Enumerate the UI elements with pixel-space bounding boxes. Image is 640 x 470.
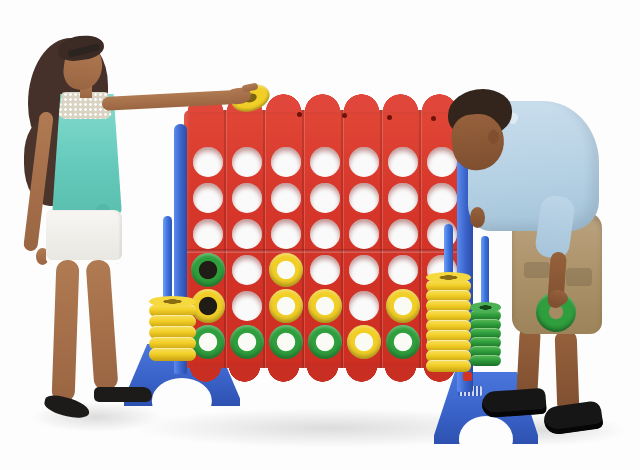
cargo-pocket <box>524 262 550 278</box>
cell-r5c3 <box>266 288 305 324</box>
disc-green <box>191 253 225 287</box>
hole <box>232 291 262 321</box>
held-green-disc <box>534 290 578 334</box>
girl-floor-shadow <box>30 402 164 432</box>
boy-forearm <box>547 252 567 309</box>
disc-yellow <box>347 325 381 359</box>
hole <box>232 183 262 213</box>
girl-hair-curls <box>24 118 78 206</box>
top-edge-hole <box>342 113 347 118</box>
top-edge-hole <box>431 116 436 121</box>
cell-r1c3 <box>266 144 305 180</box>
cell-r3c4 <box>305 216 344 252</box>
cell-r4c3 <box>266 252 305 288</box>
disc-yellow <box>269 253 303 287</box>
disc-green <box>230 325 264 359</box>
disc-yellow <box>269 289 303 323</box>
cargo-pocket <box>566 268 592 286</box>
girl-headband <box>68 43 101 58</box>
cell-r2c1 <box>188 180 227 216</box>
hole <box>349 255 379 285</box>
hole <box>310 219 340 249</box>
cell-r1c2 <box>227 144 266 180</box>
stack-top-face <box>426 272 471 283</box>
cell-r4c4 <box>305 252 344 288</box>
disc-green <box>269 325 303 359</box>
cell-r2c7 <box>422 180 461 216</box>
cell-r6c2 <box>227 324 266 360</box>
cell-r4c6 <box>383 252 422 288</box>
cell-r6c3 <box>266 324 305 360</box>
hole <box>271 219 301 249</box>
hole <box>271 147 301 177</box>
boy-collar <box>489 106 519 125</box>
hole <box>427 147 457 177</box>
right-leg-arch <box>459 416 513 462</box>
boy-shirt <box>468 101 599 231</box>
hole <box>388 183 418 213</box>
hole <box>388 147 418 177</box>
right-tray-yellow-stack <box>426 272 471 372</box>
board-bottom-scallops <box>186 366 459 382</box>
girl-fingers <box>241 82 258 92</box>
stack-top-face <box>149 296 196 307</box>
girl-neck <box>80 82 92 98</box>
board-grid <box>188 144 461 360</box>
disc-green <box>308 325 342 359</box>
girl-left-arm <box>23 111 54 252</box>
cell-r3c2 <box>227 216 266 252</box>
disc-yellow <box>308 289 342 323</box>
hole <box>193 147 223 177</box>
hole <box>310 147 340 177</box>
hole <box>271 183 301 213</box>
hole <box>427 183 457 213</box>
hole <box>310 183 340 213</box>
cell-r5c4 <box>305 288 344 324</box>
girl-head <box>61 42 105 93</box>
cell-r2c2 <box>227 180 266 216</box>
cell-r1c6 <box>383 144 422 180</box>
hole <box>349 291 379 321</box>
hole <box>349 183 379 213</box>
cell-r6c5 <box>344 324 383 360</box>
cell-r1c1 <box>188 144 227 180</box>
left-tray-yellow-stack <box>149 296 196 361</box>
cell-r2c6 <box>383 180 422 216</box>
boy-leg <box>555 330 580 415</box>
cell-r5c6 <box>383 288 422 324</box>
boy-cargo-shorts <box>512 212 602 334</box>
boy-ear <box>488 130 499 144</box>
product-photo-stage <box>0 0 640 470</box>
cell-r4c5 <box>344 252 383 288</box>
stack-top-face <box>470 302 501 313</box>
boy-sleeve <box>534 194 576 260</box>
hole <box>310 255 340 285</box>
right-back-tray-pole <box>481 236 489 312</box>
hole <box>349 219 379 249</box>
hole <box>193 219 223 249</box>
hole <box>193 183 223 213</box>
cell-r5c2 <box>227 288 266 324</box>
disc-green <box>386 325 420 359</box>
cell-r5c5 <box>344 288 383 324</box>
right-tray-green-stack <box>470 302 501 366</box>
left-tray-pole <box>163 216 172 306</box>
cell-r3c7 <box>422 216 461 252</box>
cell-r4c1 <box>188 252 227 288</box>
girl-tank-top <box>52 94 122 216</box>
right-aframe-leg <box>434 372 538 444</box>
cell-r2c5 <box>344 180 383 216</box>
hole <box>388 255 418 285</box>
hole <box>232 219 262 249</box>
hole <box>388 219 418 249</box>
green-tray-disc <box>470 355 501 366</box>
disc-yellow <box>386 289 420 323</box>
hole <box>232 255 262 285</box>
hole <box>232 147 262 177</box>
cell-r1c4 <box>305 144 344 180</box>
girl-left-hand <box>36 248 49 265</box>
cell-r4c2 <box>227 252 266 288</box>
girl-leg <box>85 259 118 390</box>
top-edge-hole <box>387 115 392 120</box>
red-clip <box>463 372 472 381</box>
girl-hair-fringe <box>57 33 106 63</box>
cell-r3c1 <box>188 216 227 252</box>
girl-leg <box>52 260 80 403</box>
girl-shorts <box>46 210 122 264</box>
cell-r6c6 <box>383 324 422 360</box>
yellow-tray-disc <box>426 360 471 372</box>
cell-r3c3 <box>266 216 305 252</box>
board-top-scallops <box>186 94 459 112</box>
hole <box>349 147 379 177</box>
cell-r2c4 <box>305 180 344 216</box>
cell-r3c5 <box>344 216 383 252</box>
girl-lace-trim <box>58 92 112 119</box>
cell-r3c6 <box>383 216 422 252</box>
yellow-tray-disc <box>149 348 196 361</box>
cell-r2c3 <box>266 180 305 216</box>
boy-right-hand <box>547 288 569 307</box>
girl-shirt-knot <box>96 204 110 217</box>
cell-r1c7 <box>422 144 461 180</box>
girl-hair <box>28 38 108 160</box>
cell-r1c5 <box>344 144 383 180</box>
top-edge-hole <box>297 112 302 117</box>
cell-r6c4 <box>305 324 344 360</box>
